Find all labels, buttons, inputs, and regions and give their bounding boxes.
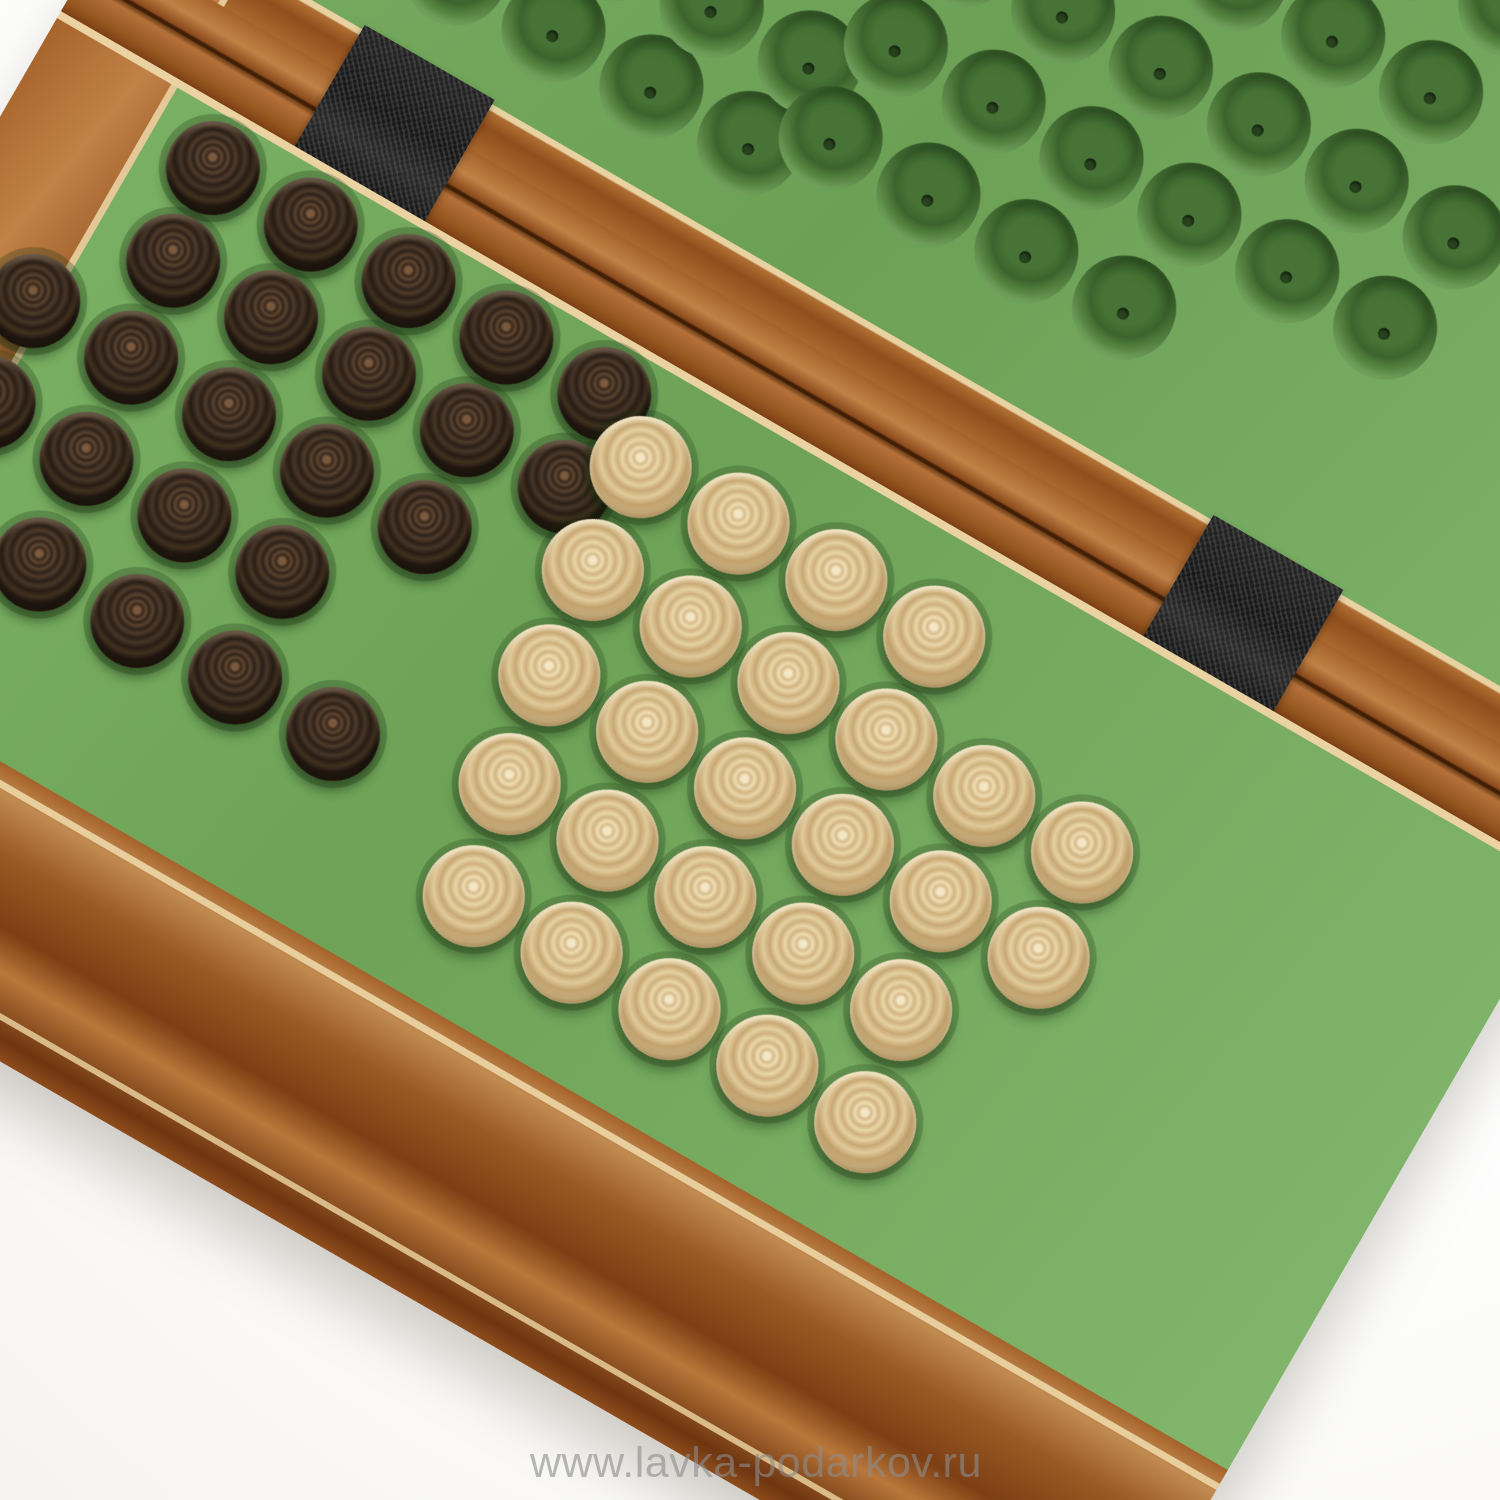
checker-dark (0, 237, 97, 365)
checker-dark (263, 406, 391, 534)
game-box (0, 0, 1500, 1500)
checker-dark (165, 350, 293, 478)
checker-dark (305, 310, 433, 438)
checker-dark (0, 500, 104, 628)
checker-dark (120, 451, 248, 579)
checker-dark (269, 670, 397, 798)
checker-dark (67, 293, 195, 421)
photo-stage: www.lavka-podarkov.ru (0, 0, 1500, 1500)
checker-dark (360, 463, 488, 591)
checker-dark (403, 366, 531, 494)
checker-dark (22, 395, 150, 523)
checker-dark (218, 508, 346, 636)
checker-dark (109, 197, 237, 325)
watermark-text: www.lavka-podarkov.ru (530, 1438, 1170, 1487)
checker-dark (171, 613, 299, 741)
checker-dark (73, 557, 201, 685)
checker-dark (207, 253, 335, 381)
